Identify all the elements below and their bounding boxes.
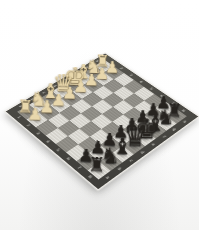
square-a3 — [36, 120, 58, 135]
chess-set-photo: ♜♟♟♜♞♟♟♞♝♟♟♝♚♟♟♚♛♟♟♛♝♟♟♝♞♟♟♞♜♟♟♜ 1122334… — [0, 0, 199, 230]
square-e5 — [102, 107, 123, 122]
piece-black-rook-a8: ♜ — [88, 157, 105, 173]
piece-white-pawn-a2: ♟ — [27, 108, 43, 122]
